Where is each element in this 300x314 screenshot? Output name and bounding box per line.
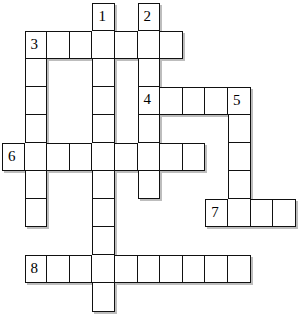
- crossword-cell-r10c4[interactable]: [92, 283, 115, 311]
- crossword-cell-r5c5[interactable]: [115, 143, 138, 171]
- crossword-cell-r9c8[interactable]: [183, 255, 206, 283]
- clue-number-2: 2: [139, 9, 152, 24]
- crossword-cell-r9c2[interactable]: [47, 255, 70, 283]
- crossword-cell-r1c3[interactable]: [70, 31, 93, 59]
- crossword-cell-r9c10[interactable]: [228, 255, 251, 283]
- crossword-cell-r2c1[interactable]: [25, 59, 48, 87]
- crossword-cell-r5c0[interactable]: 6: [2, 143, 25, 171]
- crossword-cell-r6c4[interactable]: [92, 171, 115, 199]
- crossword-board: 12345678: [2, 3, 296, 312]
- crossword-cell-r6c6[interactable]: [138, 171, 161, 199]
- crossword-cell-r3c9[interactable]: [205, 87, 228, 115]
- crossword-cell-r9c7[interactable]: [160, 255, 183, 283]
- crossword-cell-r8c4[interactable]: [92, 227, 115, 255]
- crossword-cell-r1c5[interactable]: [115, 31, 138, 59]
- crossword-cell-r5c3[interactable]: [70, 143, 93, 171]
- crossword-cell-r3c10[interactable]: 5: [228, 87, 251, 115]
- clue-number-1: 1: [93, 9, 106, 24]
- crossword-cell-r9c4[interactable]: [92, 255, 115, 283]
- crossword-cell-r9c5[interactable]: [115, 255, 138, 283]
- crossword-cell-r7c1[interactable]: [25, 199, 48, 227]
- crossword-page: 12345678: [0, 0, 300, 314]
- crossword-cell-r6c1[interactable]: [25, 171, 48, 199]
- crossword-cell-r4c10[interactable]: [228, 115, 251, 143]
- crossword-cell-r3c7[interactable]: [160, 87, 183, 115]
- clue-number-4: 4: [139, 92, 152, 107]
- crossword-cell-r1c2[interactable]: [47, 31, 70, 59]
- crossword-cell-r3c1[interactable]: [25, 87, 48, 115]
- crossword-cell-r5c1[interactable]: [25, 143, 48, 171]
- crossword-cell-r3c8[interactable]: [183, 87, 206, 115]
- crossword-cell-r5c7[interactable]: [160, 143, 183, 171]
- crossword-cell-r0c4[interactable]: 1: [92, 3, 115, 31]
- crossword-cell-r5c2[interactable]: [47, 143, 70, 171]
- crossword-cell-r9c9[interactable]: [205, 255, 228, 283]
- crossword-cell-r2c6[interactable]: [138, 59, 161, 87]
- crossword-cell-r7c11[interactable]: [251, 199, 274, 227]
- crossword-cell-r7c12[interactable]: [273, 199, 296, 227]
- clue-number-3: 3: [26, 37, 39, 52]
- crossword-cell-r4c1[interactable]: [25, 115, 48, 143]
- crossword-cell-r5c8[interactable]: [183, 143, 206, 171]
- clue-number-6: 6: [3, 149, 16, 164]
- crossword-cell-r7c4[interactable]: [92, 199, 115, 227]
- crossword-cell-r0c6[interactable]: 2: [138, 3, 161, 31]
- crossword-cell-r7c9[interactable]: 7: [205, 199, 228, 227]
- crossword-cell-r5c4[interactable]: [92, 143, 115, 171]
- crossword-cell-r2c4[interactable]: [92, 59, 115, 87]
- crossword-cell-r6c10[interactable]: [228, 171, 251, 199]
- crossword-cell-r5c6[interactable]: [138, 143, 161, 171]
- crossword-cell-r3c4[interactable]: [92, 87, 115, 115]
- crossword-cell-r7c10[interactable]: [228, 199, 251, 227]
- crossword-cell-r9c1[interactable]: 8: [25, 255, 48, 283]
- crossword-cell-r9c6[interactable]: [138, 255, 161, 283]
- crossword-cell-r3c6[interactable]: 4: [138, 87, 161, 115]
- crossword-cell-r1c1[interactable]: 3: [25, 31, 48, 59]
- crossword-cell-r1c4[interactable]: [92, 31, 115, 59]
- crossword-cell-r4c6[interactable]: [138, 115, 161, 143]
- clue-number-5: 5: [228, 93, 241, 108]
- crossword-cell-r4c4[interactable]: [92, 115, 115, 143]
- crossword-cell-r5c10[interactable]: [228, 143, 251, 171]
- crossword-cell-r1c6[interactable]: [138, 31, 161, 59]
- clue-number-8: 8: [26, 261, 39, 276]
- clue-number-7: 7: [206, 205, 219, 220]
- crossword-cell-r9c3[interactable]: [70, 255, 93, 283]
- crossword-cell-r1c7[interactable]: [160, 31, 183, 59]
